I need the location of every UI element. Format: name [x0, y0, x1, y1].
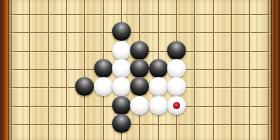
grid-vline	[29, 0, 30, 140]
white-stone	[130, 96, 149, 115]
black-stone	[149, 59, 168, 78]
board-frame-right-edge	[271, 0, 280, 140]
black-stone	[112, 22, 131, 41]
grid-vline	[268, 0, 269, 140]
gomoku-board-screenshot	[0, 0, 280, 140]
grid-vline	[231, 0, 232, 140]
white-stone	[167, 59, 186, 78]
grid-vline	[11, 0, 12, 140]
grid-vline	[48, 0, 49, 140]
white-stone	[94, 77, 113, 96]
grid-vline	[84, 0, 85, 140]
black-stone	[167, 41, 186, 60]
white-stone	[112, 41, 131, 60]
white-stone	[112, 59, 131, 78]
board-frame-left-edge	[0, 0, 9, 140]
white-stone	[149, 77, 168, 96]
black-stone	[94, 59, 113, 78]
white-stone	[112, 77, 131, 96]
black-stone	[130, 41, 149, 60]
grid-vline	[194, 0, 195, 140]
grid-vline	[66, 0, 67, 140]
white-stone	[149, 96, 168, 115]
grid-vline	[213, 0, 214, 140]
last-move-marker-icon	[173, 102, 180, 109]
white-stone	[167, 96, 186, 115]
grid-vline	[249, 0, 250, 140]
black-stone	[112, 96, 131, 115]
black-stone	[112, 114, 131, 133]
